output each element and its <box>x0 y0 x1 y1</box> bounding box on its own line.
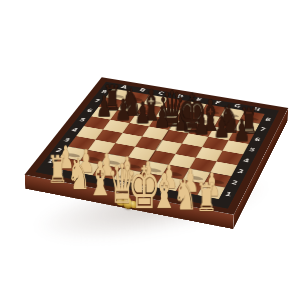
chess-board: ABCDEFGH8♜♞♝♛♚♝♞♜87♟♟♟♟♟♟♟♟7665544332♟♟♟… <box>24 77 288 215</box>
white-rook: ♜ <box>47 151 68 189</box>
black-pawn: ♟ <box>96 92 112 121</box>
board-grid: ABCDEFGH8♜♞♝♛♚♝♞♜87♟♟♟♟♟♟♟♟7665544332♟♟♟… <box>35 82 278 209</box>
corner-front-right <box>215 199 231 208</box>
black-pawn: ♟ <box>234 116 251 146</box>
square-h1: ♜ <box>197 184 225 200</box>
black-pawn: ♟ <box>115 96 131 125</box>
piece-anchor: ♚ <box>136 180 157 184</box>
black-pawn: ♟ <box>154 102 170 132</box>
black-pawn: ♟ <box>213 112 230 142</box>
scene: ABCDEFGH8♜♞♝♛♚♝♞♜87♟♟♟♟♟♟♟♟7665544332♟♟♟… <box>0 0 300 300</box>
black-pawn: ♟ <box>135 99 151 128</box>
square-e1: ♚ <box>134 172 162 187</box>
white-rook: ♜ <box>195 178 217 217</box>
black-pawn: ♟ <box>193 109 210 139</box>
white-king: ♚ <box>128 160 161 219</box>
white-knight: ♞ <box>173 173 197 217</box>
